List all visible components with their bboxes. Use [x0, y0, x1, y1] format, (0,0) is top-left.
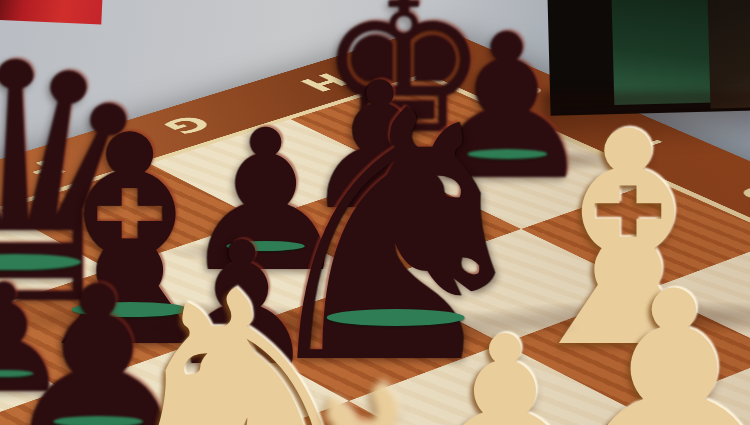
chessboard-photo-scene: ABCDEFGH 87654321 ♚♛♟♟♟♝♟♞♟♟♝♞♟♟♞ — [0, 0, 750, 425]
white-knight-e4: ♞ — [240, 342, 545, 425]
white-pawn-g3: ♟ — [548, 255, 750, 425]
